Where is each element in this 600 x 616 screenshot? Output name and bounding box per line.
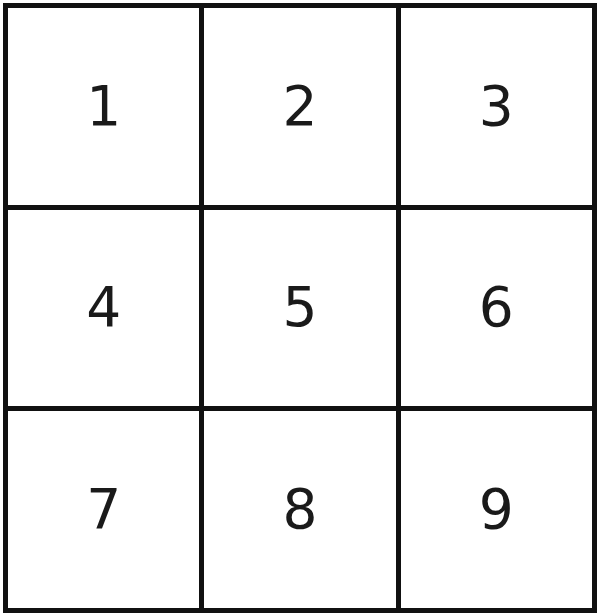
grid-cell-r3c3[interactable]: 9 [401,411,592,608]
grid-cell-r2c1[interactable]: 4 [8,210,199,407]
grid-cell-r3c1[interactable]: 7 [8,411,199,608]
grid-diagram: 1 2 3 4 5 6 7 8 9 [0,0,600,616]
grid-cell-r1c3[interactable]: 3 [401,8,592,205]
grid-cell-r1c2[interactable]: 2 [204,8,395,205]
number-grid-board: 1 2 3 4 5 6 7 8 9 [3,3,597,613]
grid-cell-r3c2[interactable]: 8 [204,411,395,608]
grid-cell-r2c3[interactable]: 6 [401,210,592,407]
grid-cell-r1c1[interactable]: 1 [8,8,199,205]
grid-cell-r2c2[interactable]: 5 [204,210,395,407]
